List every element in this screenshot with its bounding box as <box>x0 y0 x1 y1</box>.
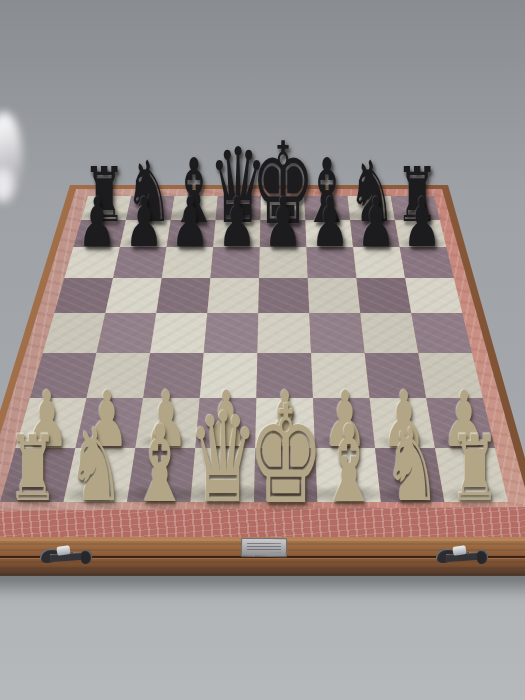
black-pawn-icon: ♟ <box>310 190 349 258</box>
black-pawn-icon: ♟ <box>125 190 164 258</box>
black-pawn-icon: ♟ <box>264 190 303 258</box>
white-bishop-icon: ♝ <box>319 411 379 517</box>
black-pawn-icon: ♟ <box>78 190 117 258</box>
chess-pieces-layer: ♜♞♝♛♚♝♞♜♟♟♟♟♟♟♟♟♟♟♟♟♟♟♟♟♜♞♝♛♚♝♞♜ <box>0 0 525 700</box>
white-king-icon: ♚ <box>248 389 324 524</box>
latch-hook-icon <box>81 550 92 564</box>
latch-glint-icon <box>452 545 466 556</box>
latch-glint-icon <box>56 545 70 556</box>
white-knight-icon: ♞ <box>68 416 125 517</box>
case-latch-left <box>40 545 94 568</box>
metal-plaque <box>241 538 287 558</box>
plaque-engraving <box>247 543 281 552</box>
latch-hook-icon <box>477 550 488 564</box>
white-rook-icon: ♜ <box>449 424 500 514</box>
white-bishop-icon: ♝ <box>130 411 190 517</box>
photo-scene: ♜♞♝♛♚♝♞♜♟♟♟♟♟♟♟♟♟♟♟♟♟♟♟♟♜♞♝♛♚♝♞♜ <box>0 0 525 700</box>
white-knight-icon: ♞ <box>383 416 440 517</box>
black-pawn-icon: ♟ <box>171 190 210 258</box>
white-rook-icon: ♜ <box>8 424 59 514</box>
black-pawn-icon: ♟ <box>403 190 442 258</box>
black-pawn-icon: ♟ <box>217 190 256 258</box>
black-pawn-icon: ♟ <box>357 190 396 258</box>
case-latch-right <box>436 545 490 568</box>
